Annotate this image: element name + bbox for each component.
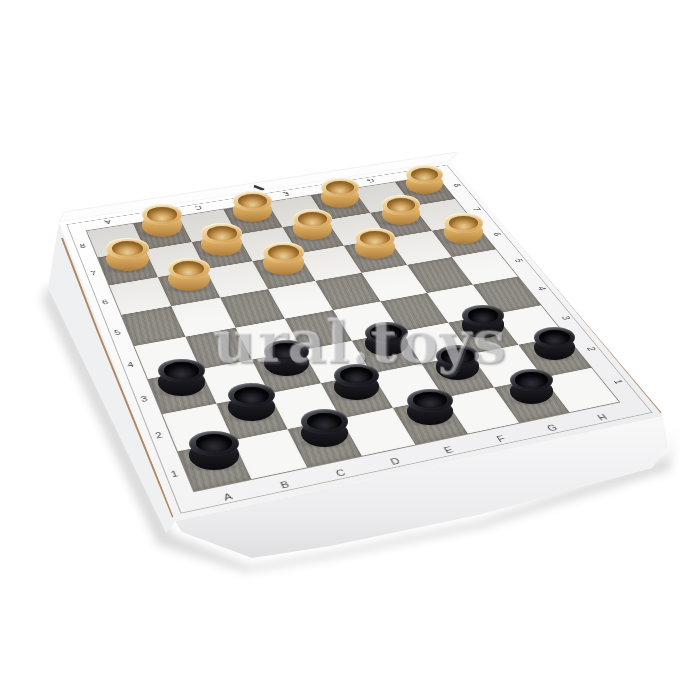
checker-dark-b2[interactable]	[228, 383, 275, 421]
checker-dark-e1[interactable]	[407, 389, 453, 425]
piece-cup-rim	[301, 409, 349, 433]
piece-cup-recess	[147, 207, 177, 222]
piece-cup-recess	[340, 367, 374, 383]
piece-cup-rim	[444, 213, 482, 233]
piece-cup-rim	[293, 209, 332, 229]
piece-cup-recess	[298, 212, 327, 226]
piece-cup-rim	[168, 258, 211, 280]
piece-cup-rim	[365, 322, 408, 344]
checker-light-f6[interactable]	[355, 228, 395, 260]
checker-light-f8[interactable]	[321, 178, 359, 208]
piece-cup-rim	[264, 340, 309, 363]
checker-light-d8[interactable]	[233, 191, 272, 222]
piece-cup-recess	[387, 198, 415, 212]
piece-cup-rim	[407, 389, 453, 412]
checker-dark-c3[interactable]	[264, 340, 309, 376]
piece-cup-recess	[164, 362, 199, 379]
checker-light-a7[interactable]	[106, 238, 148, 272]
checker-light-d6[interactable]	[263, 242, 304, 275]
checker-light-b8[interactable]	[142, 204, 183, 236]
piece-cup-rim	[355, 228, 395, 248]
piece-cup-rim	[321, 178, 359, 197]
piece-cup-recess	[441, 348, 473, 364]
checker-light-h6[interactable]	[444, 213, 482, 244]
piece-cup-recess	[238, 194, 267, 208]
piece-cup-recess	[515, 372, 547, 388]
piece-cup-rim	[106, 238, 148, 260]
checker-dark-h2[interactable]	[534, 327, 576, 361]
piece-cup-recess	[539, 330, 570, 345]
piece-cup-recess	[411, 168, 438, 181]
piece-cup-recess	[234, 387, 269, 404]
checker-dark-e3[interactable]	[365, 322, 408, 357]
piece-cup-rim	[406, 165, 443, 184]
piece-cup-recess	[173, 261, 204, 276]
checker-dark-f2[interactable]	[436, 345, 480, 380]
checker-dark-c1[interactable]	[301, 409, 349, 447]
piece-cup-recess	[370, 325, 402, 340]
piece-cup-rim	[334, 364, 379, 387]
piece-cup-recess	[468, 308, 499, 323]
piece-cup-rim	[382, 195, 420, 214]
checker-light-e7[interactable]	[293, 209, 332, 241]
checker-light-c7[interactable]	[201, 223, 242, 256]
piece-cup-recess	[326, 181, 354, 195]
checker-dark-a1[interactable]	[189, 431, 239, 471]
piece-cup-recess	[307, 413, 342, 430]
checker-light-h8[interactable]	[406, 165, 443, 194]
piece-cup-recess	[269, 343, 302, 359]
piece-cup-recess	[449, 216, 477, 230]
piece-cup-recess	[112, 241, 143, 256]
piece-cup-recess	[207, 226, 237, 241]
checker-dark-g1[interactable]	[510, 369, 554, 404]
piece-cup-recess	[413, 392, 447, 408]
checker-dark-g3[interactable]	[462, 305, 504, 338]
piece-cup-recess	[360, 231, 389, 245]
checker-light-g7[interactable]	[382, 195, 420, 225]
piece-cup-recess	[268, 245, 298, 260]
product-photo-checkers-set: ABCDEFGH ABCDEFGH 87654321 87654321 ural…	[0, 0, 700, 700]
piece-cup-rim	[189, 431, 239, 456]
piece-cup-recess	[196, 434, 233, 452]
piece-cup-rim	[201, 223, 242, 244]
checker-light-b6[interactable]	[168, 258, 211, 292]
checker-dark-d2[interactable]	[334, 364, 379, 400]
checker-dark-a3[interactable]	[158, 359, 205, 396]
piece-cup-rim	[462, 305, 504, 326]
piece-cup-rim	[233, 191, 272, 211]
